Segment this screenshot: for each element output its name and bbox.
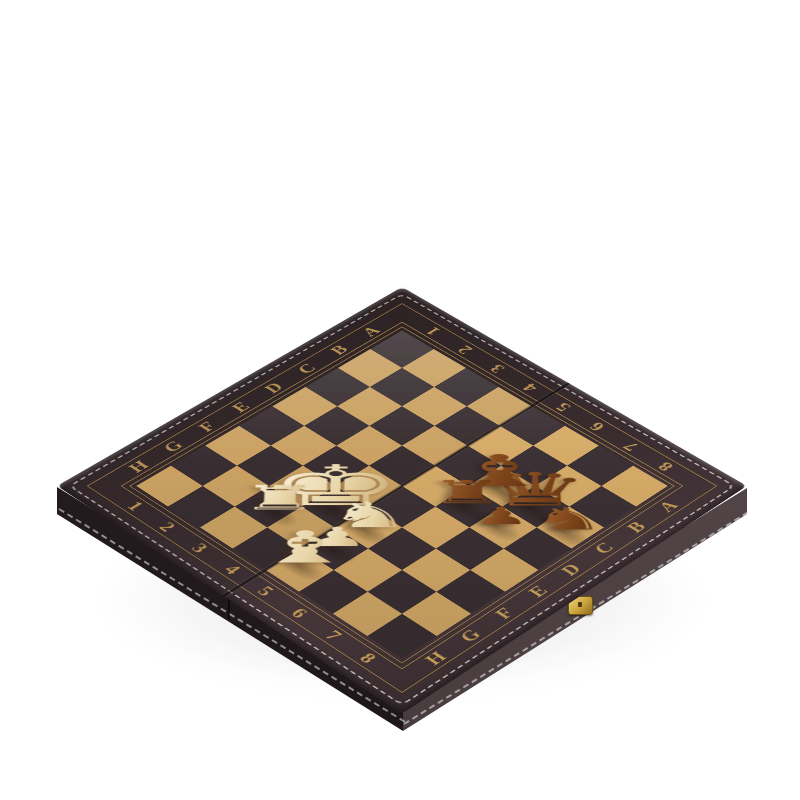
product-photo-scene: AA11BB22CC33DD44EE55FF66GG77HH88 ♚♞♟♜♝♛♝… — [0, 0, 800, 800]
